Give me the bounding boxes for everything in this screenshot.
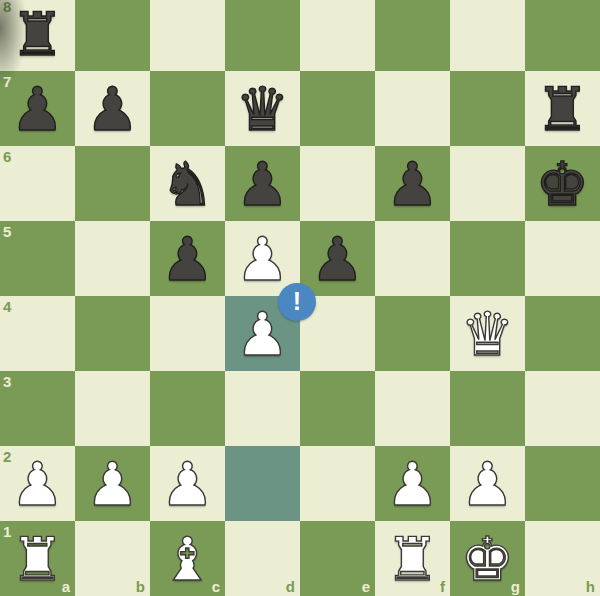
square-e5[interactable]: ♟	[300, 221, 375, 296]
square-c6[interactable]: ♞	[150, 146, 225, 221]
square-d7[interactable]: ♛	[225, 71, 300, 146]
square-c1[interactable]: c♝	[150, 521, 225, 596]
square-b5[interactable]	[75, 221, 150, 296]
file-label-d: d	[286, 579, 295, 594]
square-b3[interactable]	[75, 371, 150, 446]
square-h1[interactable]: h	[525, 521, 600, 596]
piece-black-pawn[interactable]: ♟	[150, 221, 225, 296]
square-c3[interactable]	[150, 371, 225, 446]
square-a8[interactable]: 8♜	[0, 0, 75, 71]
rank-label-4: 4	[3, 299, 11, 314]
square-a3[interactable]: 3	[0, 371, 75, 446]
piece-black-knight[interactable]: ♞	[150, 146, 225, 221]
square-g1[interactable]: g♚	[450, 521, 525, 596]
square-b8[interactable]	[75, 0, 150, 71]
square-g4[interactable]: ♛	[450, 296, 525, 371]
piece-white-pawn[interactable]: ♟	[150, 446, 225, 521]
square-g7[interactable]	[450, 71, 525, 146]
square-c7[interactable]	[150, 71, 225, 146]
square-h7[interactable]: ♜	[525, 71, 600, 146]
square-f3[interactable]	[375, 371, 450, 446]
piece-white-bishop[interactable]: ♝	[150, 521, 225, 596]
square-g3[interactable]	[450, 371, 525, 446]
piece-black-pawn[interactable]: ♟	[75, 71, 150, 146]
square-b6[interactable]	[75, 146, 150, 221]
square-e3[interactable]	[300, 371, 375, 446]
square-d2[interactable]	[225, 446, 300, 521]
square-h2[interactable]	[525, 446, 600, 521]
square-g8[interactable]	[450, 0, 525, 71]
rank-label-5: 5	[3, 224, 11, 239]
file-label-h: h	[586, 579, 595, 594]
square-b2[interactable]: ♟	[75, 446, 150, 521]
exclamation-icon: !	[293, 289, 301, 314]
square-e2[interactable]	[300, 446, 375, 521]
piece-white-pawn[interactable]: ♟	[375, 446, 450, 521]
square-f4[interactable]	[375, 296, 450, 371]
square-h5[interactable]	[525, 221, 600, 296]
square-d6[interactable]: ♟	[225, 146, 300, 221]
rank-label-3: 3	[3, 374, 11, 389]
square-e6[interactable]	[300, 146, 375, 221]
piece-black-rook[interactable]: ♜	[0, 0, 75, 71]
piece-white-rook[interactable]: ♜	[0, 521, 75, 596]
file-label-b: b	[136, 579, 145, 594]
square-g2[interactable]: ♟	[450, 446, 525, 521]
chess-app-viewport: 8♜7♟♟♛♜6♞♟♟♚5♟♟♟4♟♛32♟♟♟♟♟1a♜bc♝def♜g♚h …	[0, 0, 600, 596]
square-c5[interactable]: ♟	[150, 221, 225, 296]
piece-white-king[interactable]: ♚	[450, 521, 525, 596]
piece-white-pawn[interactable]: ♟	[75, 446, 150, 521]
piece-black-rook[interactable]: ♜	[525, 71, 600, 146]
great-move-badge: !	[278, 283, 316, 321]
square-c8[interactable]	[150, 0, 225, 71]
square-f5[interactable]	[375, 221, 450, 296]
square-c2[interactable]: ♟	[150, 446, 225, 521]
piece-black-pawn[interactable]: ♟	[300, 221, 375, 296]
square-e1[interactable]: e	[300, 521, 375, 596]
square-a4[interactable]: 4	[0, 296, 75, 371]
square-h8[interactable]	[525, 0, 600, 71]
square-a6[interactable]: 6	[0, 146, 75, 221]
square-h6[interactable]: ♚	[525, 146, 600, 221]
square-f7[interactable]	[375, 71, 450, 146]
piece-white-rook[interactable]: ♜	[375, 521, 450, 596]
piece-black-king[interactable]: ♚	[525, 146, 600, 221]
piece-white-pawn[interactable]: ♟	[0, 446, 75, 521]
square-b7[interactable]: ♟	[75, 71, 150, 146]
square-a7[interactable]: 7♟	[0, 71, 75, 146]
square-e8[interactable]	[300, 0, 375, 71]
square-b4[interactable]	[75, 296, 150, 371]
square-d3[interactable]	[225, 371, 300, 446]
square-g6[interactable]	[450, 146, 525, 221]
piece-black-queen[interactable]: ♛	[225, 71, 300, 146]
piece-black-pawn[interactable]: ♟	[0, 71, 75, 146]
rank-label-6: 6	[3, 149, 11, 164]
square-d1[interactable]: d	[225, 521, 300, 596]
square-d8[interactable]	[225, 0, 300, 71]
piece-black-pawn[interactable]: ♟	[375, 146, 450, 221]
square-f8[interactable]	[375, 0, 450, 71]
square-h4[interactable]	[525, 296, 600, 371]
square-g5[interactable]	[450, 221, 525, 296]
square-a1[interactable]: 1a♜	[0, 521, 75, 596]
square-f6[interactable]: ♟	[375, 146, 450, 221]
square-h3[interactable]	[525, 371, 600, 446]
file-label-e: e	[362, 579, 370, 594]
square-c4[interactable]	[150, 296, 225, 371]
piece-white-queen[interactable]: ♛	[450, 296, 525, 371]
square-b1[interactable]: b	[75, 521, 150, 596]
square-f1[interactable]: f♜	[375, 521, 450, 596]
piece-white-pawn[interactable]: ♟	[450, 446, 525, 521]
piece-black-pawn[interactable]: ♟	[225, 146, 300, 221]
square-f2[interactable]: ♟	[375, 446, 450, 521]
square-a2[interactable]: 2♟	[0, 446, 75, 521]
square-a5[interactable]: 5	[0, 221, 75, 296]
square-e7[interactable]	[300, 71, 375, 146]
